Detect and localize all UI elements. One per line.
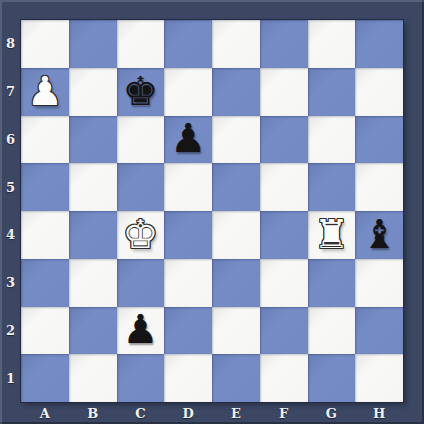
rank-label-5: 5: [0, 163, 21, 211]
square-b8[interactable]: [69, 20, 117, 68]
square-g3[interactable]: [308, 259, 356, 307]
piece-white-rook-g4[interactable]: ♜: [313, 214, 349, 254]
rank-label-3: 3: [0, 259, 21, 307]
square-c7[interactable]: ♚: [117, 68, 165, 116]
square-e6[interactable]: [212, 116, 260, 164]
square-b2[interactable]: [69, 307, 117, 355]
square-e3[interactable]: [212, 259, 260, 307]
file-label-f: F: [260, 402, 308, 424]
square-h1[interactable]: [355, 354, 403, 402]
rank-label-6: 6: [0, 116, 21, 164]
rank-label-1: 1: [0, 354, 21, 402]
square-h5[interactable]: [355, 163, 403, 211]
square-e8[interactable]: [212, 20, 260, 68]
square-a8[interactable]: [21, 20, 69, 68]
square-b5[interactable]: [69, 163, 117, 211]
square-g4[interactable]: ♜: [308, 211, 356, 259]
chessboard-frame: ♟♚♟♚♜♝♟ 87654321 ABCDEFGH: [0, 0, 424, 424]
square-f6[interactable]: [260, 116, 308, 164]
square-b3[interactable]: [69, 259, 117, 307]
square-g8[interactable]: [308, 20, 356, 68]
square-e1[interactable]: [212, 354, 260, 402]
file-label-d: D: [164, 402, 212, 424]
piece-black-pawn-c2[interactable]: ♟: [122, 309, 158, 349]
rank-label-8: 8: [0, 20, 21, 68]
square-h4[interactable]: ♝: [355, 211, 403, 259]
square-b1[interactable]: [69, 354, 117, 402]
square-d4[interactable]: [164, 211, 212, 259]
square-c4[interactable]: ♚: [117, 211, 165, 259]
file-label-e: E: [212, 402, 260, 424]
square-f5[interactable]: [260, 163, 308, 211]
square-d3[interactable]: [164, 259, 212, 307]
square-a3[interactable]: [21, 259, 69, 307]
square-d2[interactable]: [164, 307, 212, 355]
square-g2[interactable]: [308, 307, 356, 355]
square-a2[interactable]: [21, 307, 69, 355]
square-f7[interactable]: [260, 68, 308, 116]
square-d7[interactable]: [164, 68, 212, 116]
square-g5[interactable]: [308, 163, 356, 211]
square-f3[interactable]: [260, 259, 308, 307]
chessboard: ♟♚♟♚♜♝♟: [21, 20, 403, 402]
square-b6[interactable]: [69, 116, 117, 164]
rank-label-7: 7: [0, 68, 21, 116]
square-b4[interactable]: [69, 211, 117, 259]
square-g7[interactable]: [308, 68, 356, 116]
square-g1[interactable]: [308, 354, 356, 402]
square-f4[interactable]: [260, 211, 308, 259]
square-f2[interactable]: [260, 307, 308, 355]
file-label-b: B: [69, 402, 117, 424]
square-d1[interactable]: [164, 354, 212, 402]
square-a7[interactable]: ♟: [21, 68, 69, 116]
file-label-g: G: [308, 402, 356, 424]
square-d8[interactable]: [164, 20, 212, 68]
file-label-a: A: [21, 402, 69, 424]
square-a5[interactable]: [21, 163, 69, 211]
piece-black-bishop-h4[interactable]: ♝: [361, 214, 397, 254]
square-d5[interactable]: [164, 163, 212, 211]
square-c2[interactable]: ♟: [117, 307, 165, 355]
square-c6[interactable]: [117, 116, 165, 164]
square-a1[interactable]: [21, 354, 69, 402]
square-f1[interactable]: [260, 354, 308, 402]
file-label-h: H: [355, 402, 403, 424]
square-h6[interactable]: [355, 116, 403, 164]
piece-white-king-c4[interactable]: ♚: [122, 214, 158, 254]
square-c5[interactable]: [117, 163, 165, 211]
piece-black-pawn-d6[interactable]: ♟: [170, 118, 206, 158]
square-f8[interactable]: [260, 20, 308, 68]
piece-black-king-c7[interactable]: ♚: [122, 71, 158, 111]
square-a4[interactable]: [21, 211, 69, 259]
square-h8[interactable]: [355, 20, 403, 68]
square-e2[interactable]: [212, 307, 260, 355]
square-c3[interactable]: [117, 259, 165, 307]
square-d6[interactable]: ♟: [164, 116, 212, 164]
square-e7[interactable]: [212, 68, 260, 116]
square-c1[interactable]: [117, 354, 165, 402]
square-h3[interactable]: [355, 259, 403, 307]
square-a6[interactable]: [21, 116, 69, 164]
file-label-c: C: [117, 402, 165, 424]
piece-white-pawn-a7[interactable]: ♟: [27, 71, 63, 111]
square-c8[interactable]: [117, 20, 165, 68]
square-e5[interactable]: [212, 163, 260, 211]
rank-label-4: 4: [0, 211, 21, 259]
square-e4[interactable]: [212, 211, 260, 259]
square-b7[interactable]: [69, 68, 117, 116]
square-g6[interactable]: [308, 116, 356, 164]
rank-label-2: 2: [0, 307, 21, 355]
square-h2[interactable]: [355, 307, 403, 355]
square-h7[interactable]: [355, 68, 403, 116]
